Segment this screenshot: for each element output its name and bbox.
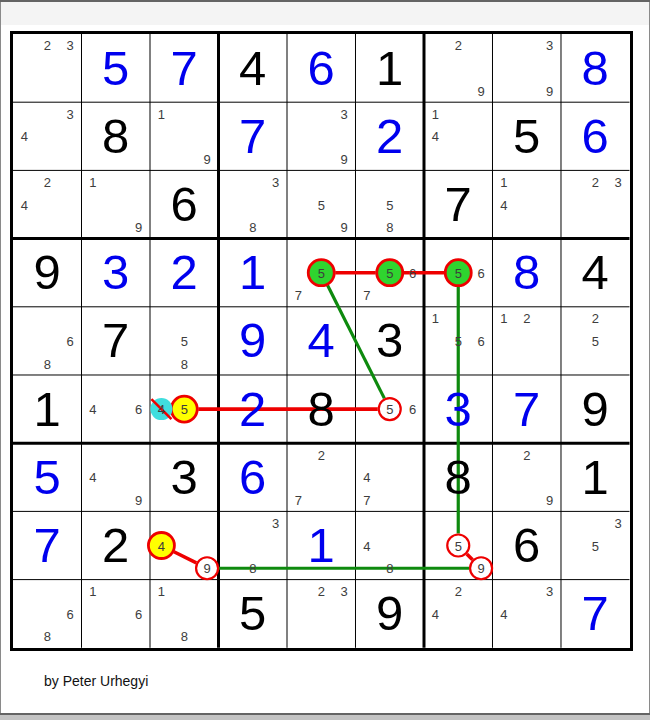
cell-r7c1[interactable]: 5: [13, 443, 82, 511]
given-digit: 1: [582, 453, 609, 502]
cell-r2c6[interactable]: 2: [356, 102, 425, 170]
candidate-r9c3-d8: 8: [181, 630, 188, 643]
candidate-r3c4-d8: 8: [249, 221, 256, 234]
cell-r6c5[interactable]: 8: [287, 375, 356, 443]
cell-r4c4[interactable]: 1: [219, 239, 288, 307]
given-digit: 3: [376, 316, 403, 365]
candidate-r1c7-d2: 2: [455, 39, 462, 52]
given-digit: 9: [582, 385, 609, 434]
cell-r5c5[interactable]: 4: [287, 307, 356, 375]
cell-r9c4[interactable]: 5: [219, 580, 288, 648]
candidate-r7c5-d2: 2: [318, 448, 325, 461]
candidate-r1c8-d9: 9: [546, 84, 553, 97]
candidate-r1c7-d9: 9: [477, 84, 484, 97]
given-digit: 1: [34, 385, 61, 434]
solved-digit: 3: [102, 248, 129, 297]
solved-digit: 9: [239, 316, 266, 365]
candidate-r7c8-d9: 9: [546, 494, 553, 507]
candidate-r3c6-d5: 5: [386, 198, 393, 211]
given-digit: 1: [376, 44, 403, 93]
solved-digit: 7: [171, 44, 198, 93]
status-bar: [0, 715, 650, 720]
cell-r6c4[interactable]: 2: [219, 375, 288, 443]
solved-digit: 5: [102, 44, 129, 93]
solved-digit: 8: [513, 248, 540, 297]
candidate-r6c6-d5: 5: [386, 403, 393, 416]
solved-digit: 1: [239, 248, 266, 297]
candidate-r2c1-d3: 3: [66, 107, 73, 120]
candidate-r7c8-d2: 2: [523, 448, 530, 461]
candidate-r1c8-d3: 3: [546, 39, 553, 52]
solved-digit: 2: [239, 385, 266, 434]
cell-r2c8[interactable]: 5: [493, 102, 562, 170]
solved-digit: 6: [239, 453, 266, 502]
candidate-r8c3-d4: 4: [158, 539, 165, 552]
candidate-r5c3-d8: 8: [181, 357, 188, 370]
cell-r7c7[interactable]: 8: [424, 443, 493, 511]
candidate-r6c3-d4: 4: [158, 403, 165, 416]
cell-r1c4[interactable]: 4: [219, 34, 288, 102]
candidate-r5c9-d2: 2: [592, 312, 599, 325]
solved-digit: 7: [582, 589, 609, 638]
given-digit: 3: [171, 453, 198, 502]
solved-digit: 7: [239, 112, 266, 161]
cell-r9c6[interactable]: 9: [356, 580, 425, 648]
candidate-r2c5-d3: 3: [340, 107, 347, 120]
cell-r5c6[interactable]: 3: [356, 307, 425, 375]
cell-r5c2[interactable]: 7: [82, 307, 151, 375]
candidate-r4c7-d5: 5: [455, 266, 462, 279]
candidate-r5c7-d1: 1: [432, 312, 439, 325]
cell-r8c1[interactable]: 7: [13, 511, 82, 579]
candidate-r5c7-d5: 5: [455, 334, 462, 347]
candidate-r2c7-d1: 1: [432, 107, 439, 120]
candidate-r5c8-d1: 1: [500, 312, 507, 325]
candidate-r2c3-d9: 9: [203, 153, 210, 166]
given-digit: 9: [34, 248, 61, 297]
candidate-r9c1-d8: 8: [44, 630, 51, 643]
cell-r2c4[interactable]: 7: [219, 102, 288, 170]
candidate-r2c1-d4: 4: [21, 130, 28, 143]
cell-r5c4[interactable]: 9: [219, 307, 288, 375]
sudoku-board: 5746188725667932184794312837953681721659…: [10, 31, 633, 651]
candidate-r4c7-d6: 6: [477, 266, 484, 279]
cell-r8c2[interactable]: 2: [82, 511, 151, 579]
candidate-r3c2-d1: 1: [89, 175, 96, 188]
candidate-r1c1-d2: 2: [44, 39, 51, 52]
candidate-r9c7-d2: 2: [455, 584, 462, 597]
given-digit: 4: [582, 248, 609, 297]
cell-r1c9[interactable]: 8: [561, 34, 630, 102]
cell-r6c1[interactable]: 1: [13, 375, 82, 443]
solved-digit: 7: [34, 521, 61, 570]
solved-digit: 3: [445, 385, 472, 434]
solved-digit: 4: [308, 316, 335, 365]
candidate-r8c9-d3: 3: [614, 516, 621, 529]
candidate-r8c6-d4: 4: [363, 539, 370, 552]
cell-r2c9[interactable]: 6: [561, 102, 630, 170]
candidate-r4c6-d6: 6: [409, 266, 416, 279]
candidate-r7c6-d7: 7: [363, 494, 370, 507]
candidate-r8c7-d5: 5: [455, 539, 462, 552]
given-digit: 2: [102, 521, 129, 570]
cell-r4c1[interactable]: 9: [13, 239, 82, 307]
given-digit: 7: [445, 180, 472, 229]
window: { "game": "sudoku", "credit": "by Peter …: [0, 0, 650, 720]
solved-digit: 7: [513, 385, 540, 434]
candidate-r9c2-d1: 1: [89, 584, 96, 597]
cell-r3c7[interactable]: 7: [424, 170, 493, 238]
candidate-r4c5-d7: 7: [295, 289, 302, 302]
candidate-r9c8-d3: 3: [546, 584, 553, 597]
candidate-r1c1-d3: 3: [66, 39, 73, 52]
candidate-r6c2-d4: 4: [89, 403, 96, 416]
candidate-r7c2-d4: 4: [89, 471, 96, 484]
solved-digit: 8: [582, 44, 609, 93]
cell-r7c3[interactable]: 3: [150, 443, 219, 511]
solved-digit: 6: [582, 112, 609, 161]
cell-r1c3[interactable]: 7: [150, 34, 219, 102]
candidate-r9c1-d6: 6: [66, 607, 73, 620]
candidate-r7c6-d4: 4: [363, 471, 370, 484]
solved-digit: 6: [308, 44, 335, 93]
candidate-r8c6-d8: 8: [386, 562, 393, 575]
given-digit: 6: [513, 521, 540, 570]
candidate-r4c6-d7: 7: [363, 289, 370, 302]
cell-r4c3[interactable]: 2: [150, 239, 219, 307]
candidate-r9c2-d6: 6: [135, 607, 142, 620]
toolbar-strip: [0, 2, 650, 25]
solved-digit: 2: [171, 248, 198, 297]
given-digit: 6: [171, 180, 198, 229]
candidate-r9c3-d1: 1: [158, 584, 165, 597]
candidate-r3c8-d4: 4: [500, 198, 507, 211]
candidate-r5c8-d2: 2: [523, 312, 530, 325]
candidate-r8c7-d9: 9: [477, 562, 484, 575]
cell-r1c6[interactable]: 1: [356, 34, 425, 102]
cell-r6c8[interactable]: 7: [493, 375, 562, 443]
candidate-r6c2-d6: 6: [135, 403, 142, 416]
cell-r1c5[interactable]: 6: [287, 34, 356, 102]
cell-r4c2[interactable]: 3: [82, 239, 151, 307]
candidate-r3c5-d9: 9: [340, 221, 347, 234]
candidate-r3c8-d1: 1: [500, 175, 507, 188]
candidate-r3c1-d4: 4: [21, 198, 28, 211]
candidate-r2c3-d1: 1: [158, 107, 165, 120]
window-border-left: [0, 2, 1, 720]
candidate-r4c5-d5: 5: [318, 266, 325, 279]
given-digit: 5: [513, 112, 540, 161]
cell-r7c4[interactable]: 6: [219, 443, 288, 511]
candidate-r3c1-d2: 2: [44, 175, 51, 188]
candidate-r3c2-d9: 9: [135, 221, 142, 234]
given-digit: 8: [445, 453, 472, 502]
candidate-r3c9-d3: 3: [614, 175, 621, 188]
candidate-r2c7-d4: 4: [432, 130, 439, 143]
cell-r6c7[interactable]: 3: [424, 375, 493, 443]
candidate-r5c3-d5: 5: [181, 334, 188, 347]
candidate-r6c3-d5: 5: [181, 403, 188, 416]
candidate-r8c4-d3: 3: [272, 516, 279, 529]
credit-text: by Peter Urhegyi: [44, 673, 148, 689]
cell-r3c3[interactable]: 6: [150, 170, 219, 238]
cell-r4c8[interactable]: 8: [493, 239, 562, 307]
candidate-r7c2-d9: 9: [135, 494, 142, 507]
given-digit: 9: [376, 589, 403, 638]
cell-r4c9[interactable]: 4: [561, 239, 630, 307]
candidate-r3c4-d3: 3: [272, 175, 279, 188]
candidate-r9c8-d4: 4: [500, 607, 507, 620]
candidate-r3c5-d5: 5: [318, 198, 325, 211]
given-digit: 5: [239, 589, 266, 638]
cell-r8c5[interactable]: 1: [287, 511, 356, 579]
candidate-r7c5-d7: 7: [295, 494, 302, 507]
given-digit: 8: [102, 112, 129, 161]
cell-r2c2[interactable]: 8: [82, 102, 151, 170]
cell-r6c9[interactable]: 9: [561, 375, 630, 443]
candidate-r3c9-d2: 2: [592, 175, 599, 188]
cell-r8c8[interactable]: 6: [493, 511, 562, 579]
candidate-r5c9-d5: 5: [592, 334, 599, 347]
solved-digit: 5: [34, 453, 61, 502]
candidate-r5c1-d8: 8: [44, 357, 51, 370]
candidate-r9c5-d2: 2: [318, 584, 325, 597]
cell-r1c2[interactable]: 5: [82, 34, 151, 102]
candidate-r8c3-d9: 9: [203, 562, 210, 575]
candidate-r8c9-d5: 5: [592, 539, 599, 552]
solved-digit: 1: [308, 521, 335, 570]
given-digit: 4: [239, 44, 266, 93]
solved-digit: 2: [376, 112, 403, 161]
candidate-r2c5-d9: 9: [340, 153, 347, 166]
candidate-r3c6-d8: 8: [386, 221, 393, 234]
cell-r9c9[interactable]: 7: [561, 580, 630, 648]
candidate-r5c7-d6: 6: [477, 334, 484, 347]
candidate-r4c6-d5: 5: [386, 266, 393, 279]
given-digit: 7: [102, 316, 129, 365]
given-digit: 8: [308, 385, 335, 434]
candidate-r5c1-d6: 6: [66, 334, 73, 347]
candidate-r8c4-d8: 8: [249, 562, 256, 575]
candidate-r9c7-d4: 4: [432, 607, 439, 620]
candidate-r9c5-d3: 3: [340, 584, 347, 597]
cell-r7c9[interactable]: 1: [561, 443, 630, 511]
candidate-r6c6-d6: 6: [409, 403, 416, 416]
